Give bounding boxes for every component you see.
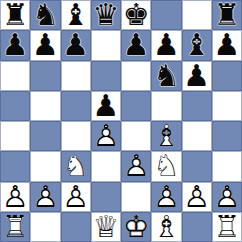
square-b2[interactable]: ♟♙ xyxy=(30,182,60,212)
square-a1[interactable]: ♜♖ xyxy=(0,212,30,242)
square-g6[interactable]: ♟ xyxy=(182,61,212,91)
piece-white-knight[interactable]: ♞♘ xyxy=(151,151,181,181)
square-h1[interactable]: ♜♖ xyxy=(212,212,242,242)
square-e8[interactable]: ♚ xyxy=(121,0,151,30)
square-d8[interactable]: ♛ xyxy=(91,0,121,30)
square-e7[interactable]: ♟ xyxy=(121,30,151,60)
pawn-glyph-outline: ♙ xyxy=(121,151,151,181)
square-g1[interactable] xyxy=(182,212,212,242)
square-h8[interactable]: ♜ xyxy=(212,0,242,30)
piece-white-pawn[interactable]: ♟♙ xyxy=(30,182,60,212)
square-a7[interactable]: ♟ xyxy=(0,30,30,60)
knight-glyph: ♞ xyxy=(30,0,60,30)
pawn-glyph-fill: ♟ xyxy=(0,182,30,212)
square-g7[interactable]: ♝ xyxy=(182,30,212,60)
square-f6[interactable]: ♞ xyxy=(151,61,181,91)
bishop-glyph-fill: ♝ xyxy=(151,121,181,151)
pawn-glyph-outline: ♙ xyxy=(30,182,60,212)
pawn-glyph-fill: ♟ xyxy=(121,151,151,181)
piece-white-pawn[interactable]: ♟♙ xyxy=(182,182,212,212)
pawn-glyph-fill: ♟ xyxy=(182,182,212,212)
square-c1[interactable] xyxy=(61,212,91,242)
piece-white-pawn[interactable]: ♟♙ xyxy=(121,151,151,181)
square-a6[interactable] xyxy=(0,61,30,91)
pawn-glyph-fill: ♟ xyxy=(30,182,60,212)
square-h5[interactable] xyxy=(212,91,242,121)
square-h7[interactable]: ♟ xyxy=(212,30,242,60)
pawn-glyph: ♟ xyxy=(30,30,60,60)
piece-black-pawn[interactable]: ♟ xyxy=(151,30,181,60)
square-h2[interactable]: ♟♙ xyxy=(212,182,242,212)
piece-white-pawn[interactable]: ♟♙ xyxy=(91,121,121,151)
bishop-glyph-outline: ♗ xyxy=(151,212,181,242)
chess-board: ♜♞♝♛♚♜♟♟♟♟♟♝♟♞♟♟♟♙♝♗♞♘♟♙♞♘♟♙♟♙♟♙♟♙♟♙♟♙♜♖… xyxy=(0,0,242,242)
knight-glyph-fill: ♞ xyxy=(151,151,181,181)
square-e1[interactable]: ♚♔ xyxy=(121,212,151,242)
bishop-glyph: ♝ xyxy=(61,0,91,30)
pawn-glyph: ♟ xyxy=(91,91,121,121)
square-a5[interactable] xyxy=(0,91,30,121)
square-f4[interactable]: ♝♗ xyxy=(151,121,181,151)
piece-white-pawn[interactable]: ♟♙ xyxy=(151,182,181,212)
pawn-glyph-fill: ♟ xyxy=(61,182,91,212)
piece-black-bishop[interactable]: ♝ xyxy=(182,30,212,60)
square-d1[interactable]: ♛♕ xyxy=(91,212,121,242)
rook-glyph: ♜ xyxy=(0,0,30,30)
square-a4[interactable] xyxy=(0,121,30,151)
piece-black-rook[interactable]: ♜ xyxy=(0,0,30,30)
square-h3[interactable] xyxy=(212,151,242,181)
square-c4[interactable] xyxy=(61,121,91,151)
square-c6[interactable] xyxy=(61,61,91,91)
piece-white-king[interactable]: ♚♔ xyxy=(121,212,151,242)
square-b7[interactable]: ♟ xyxy=(30,30,60,60)
piece-white-rook[interactable]: ♜♖ xyxy=(0,212,30,242)
pawn-glyph-outline: ♙ xyxy=(0,182,30,212)
piece-black-knight[interactable]: ♞ xyxy=(151,61,181,91)
pawn-glyph-outline: ♙ xyxy=(212,182,242,212)
knight-glyph-fill: ♞ xyxy=(61,151,91,181)
pawn-glyph-fill: ♟ xyxy=(212,182,242,212)
square-b6[interactable] xyxy=(30,61,60,91)
pawn-glyph: ♟ xyxy=(61,30,91,60)
queen-glyph-fill: ♛ xyxy=(91,212,121,242)
rook-glyph-fill: ♜ xyxy=(212,212,242,242)
pawn-glyph: ♟ xyxy=(212,30,242,60)
square-d2[interactable] xyxy=(91,182,121,212)
square-f1[interactable]: ♝♗ xyxy=(151,212,181,242)
piece-black-pawn[interactable]: ♟ xyxy=(91,91,121,121)
square-f2[interactable]: ♟♙ xyxy=(151,182,181,212)
rook-glyph-fill: ♜ xyxy=(0,212,30,242)
square-c8[interactable]: ♝ xyxy=(61,0,91,30)
rook-glyph-outline: ♖ xyxy=(0,212,30,242)
pawn-glyph-outline: ♙ xyxy=(61,182,91,212)
pawn-glyph: ♟ xyxy=(0,30,30,60)
pawn-glyph-outline: ♙ xyxy=(182,182,212,212)
bishop-glyph: ♝ xyxy=(182,30,212,60)
square-a3[interactable] xyxy=(0,151,30,181)
knight-glyph-outline: ♘ xyxy=(151,151,181,181)
square-b4[interactable] xyxy=(30,121,60,151)
piece-white-queen[interactable]: ♛♕ xyxy=(91,212,121,242)
piece-black-rook[interactable]: ♜ xyxy=(212,0,242,30)
square-g4[interactable] xyxy=(182,121,212,151)
square-c3[interactable]: ♞♘ xyxy=(61,151,91,181)
king-glyph: ♚ xyxy=(121,0,151,30)
square-b5[interactable] xyxy=(30,91,60,121)
piece-white-bishop[interactable]: ♝♗ xyxy=(151,121,181,151)
piece-black-pawn[interactable]: ♟ xyxy=(121,30,151,60)
square-a2[interactable]: ♟♙ xyxy=(0,182,30,212)
square-f3[interactable]: ♞♘ xyxy=(151,151,181,181)
square-d5[interactable]: ♟ xyxy=(91,91,121,121)
square-f7[interactable]: ♟ xyxy=(151,30,181,60)
piece-black-pawn[interactable]: ♟ xyxy=(30,30,60,60)
square-e6[interactable] xyxy=(121,61,151,91)
pawn-glyph-fill: ♟ xyxy=(91,121,121,151)
pawn-glyph-outline: ♙ xyxy=(91,121,121,151)
square-e5[interactable] xyxy=(121,91,151,121)
piece-black-knight[interactable]: ♞ xyxy=(30,0,60,30)
square-g3[interactable] xyxy=(182,151,212,181)
piece-black-queen[interactable]: ♛ xyxy=(91,0,121,30)
square-e4[interactable] xyxy=(121,121,151,151)
square-g5[interactable] xyxy=(182,91,212,121)
king-glyph-fill: ♚ xyxy=(121,212,151,242)
square-c5[interactable] xyxy=(61,91,91,121)
square-f5[interactable] xyxy=(151,91,181,121)
piece-white-pawn[interactable]: ♟♙ xyxy=(212,182,242,212)
bishop-glyph-fill: ♝ xyxy=(151,212,181,242)
knight-glyph: ♞ xyxy=(151,61,181,91)
piece-black-pawn[interactable]: ♟ xyxy=(212,30,242,60)
square-h4[interactable] xyxy=(212,121,242,151)
rook-glyph-outline: ♖ xyxy=(212,212,242,242)
square-d6[interactable] xyxy=(91,61,121,91)
square-a8[interactable]: ♜ xyxy=(0,0,30,30)
square-d3[interactable] xyxy=(91,151,121,181)
pawn-glyph-outline: ♙ xyxy=(151,182,181,212)
piece-white-rook[interactable]: ♜♖ xyxy=(212,212,242,242)
square-f8[interactable] xyxy=(151,0,181,30)
knight-glyph-outline: ♘ xyxy=(61,151,91,181)
piece-white-pawn[interactable]: ♟♙ xyxy=(61,182,91,212)
square-g8[interactable] xyxy=(182,0,212,30)
pawn-glyph: ♟ xyxy=(121,30,151,60)
piece-black-pawn[interactable]: ♟ xyxy=(61,30,91,60)
square-d4[interactable]: ♟♙ xyxy=(91,121,121,151)
square-d7[interactable] xyxy=(91,30,121,60)
piece-white-bishop[interactable]: ♝♗ xyxy=(151,212,181,242)
square-h6[interactable] xyxy=(212,61,242,91)
king-glyph-outline: ♔ xyxy=(121,212,151,242)
pawn-glyph-fill: ♟ xyxy=(151,182,181,212)
square-e3[interactable]: ♟♙ xyxy=(121,151,151,181)
queen-glyph-outline: ♕ xyxy=(91,212,121,242)
piece-black-bishop[interactable]: ♝ xyxy=(61,0,91,30)
piece-black-king[interactable]: ♚ xyxy=(121,0,151,30)
square-c2[interactable]: ♟♙ xyxy=(61,182,91,212)
pawn-glyph: ♟ xyxy=(182,61,212,91)
rook-glyph: ♜ xyxy=(212,0,242,30)
square-b3[interactable] xyxy=(30,151,60,181)
piece-white-pawn[interactable]: ♟♙ xyxy=(0,182,30,212)
piece-black-pawn[interactable]: ♟ xyxy=(0,30,30,60)
piece-black-pawn[interactable]: ♟ xyxy=(182,61,212,91)
queen-glyph: ♛ xyxy=(91,0,121,30)
square-b1[interactable] xyxy=(30,212,60,242)
square-b8[interactable]: ♞ xyxy=(30,0,60,30)
square-e2[interactable] xyxy=(121,182,151,212)
pawn-glyph: ♟ xyxy=(151,30,181,60)
bishop-glyph-outline: ♗ xyxy=(151,121,181,151)
piece-white-knight[interactable]: ♞♘ xyxy=(61,151,91,181)
square-c7[interactable]: ♟ xyxy=(61,30,91,60)
square-g2[interactable]: ♟♙ xyxy=(182,182,212,212)
